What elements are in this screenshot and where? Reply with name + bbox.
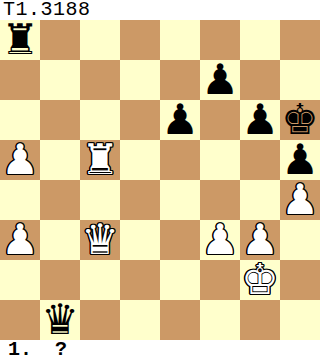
square-c6[interactable] bbox=[80, 100, 120, 140]
white-pawn: ♟ bbox=[1, 140, 39, 180]
black-pawn: ♟ bbox=[161, 100, 199, 140]
square-d6[interactable] bbox=[120, 100, 160, 140]
square-d3[interactable] bbox=[120, 220, 160, 260]
white-pawn: ♟ bbox=[241, 220, 279, 260]
square-a1[interactable] bbox=[0, 300, 40, 340]
square-c8[interactable] bbox=[80, 20, 120, 60]
square-d2[interactable] bbox=[120, 260, 160, 300]
square-a4[interactable] bbox=[0, 180, 40, 220]
square-h5[interactable]: ♟ bbox=[280, 140, 320, 180]
square-h8[interactable] bbox=[280, 20, 320, 60]
square-a7[interactable] bbox=[0, 60, 40, 100]
square-h2[interactable] bbox=[280, 260, 320, 300]
square-e5[interactable] bbox=[160, 140, 200, 180]
square-b3[interactable] bbox=[40, 220, 80, 260]
white-queen: ♛ bbox=[81, 220, 119, 260]
square-b2[interactable] bbox=[40, 260, 80, 300]
square-e2[interactable] bbox=[160, 260, 200, 300]
square-e3[interactable] bbox=[160, 220, 200, 260]
square-d1[interactable] bbox=[120, 300, 160, 340]
square-b4[interactable] bbox=[40, 180, 80, 220]
square-h7[interactable] bbox=[280, 60, 320, 100]
black-rook: ♜ bbox=[1, 20, 39, 60]
square-e8[interactable] bbox=[160, 20, 200, 60]
square-g4[interactable] bbox=[240, 180, 280, 220]
square-c1[interactable] bbox=[80, 300, 120, 340]
square-c3[interactable]: ♛ bbox=[80, 220, 120, 260]
square-h4[interactable]: ♟ bbox=[280, 180, 320, 220]
square-g7[interactable] bbox=[240, 60, 280, 100]
square-f7[interactable]: ♟ bbox=[200, 60, 240, 100]
square-c4[interactable] bbox=[80, 180, 120, 220]
white-pawn: ♟ bbox=[201, 220, 239, 260]
square-a8[interactable]: ♜ bbox=[0, 20, 40, 60]
square-h6[interactable]: ♚ bbox=[280, 100, 320, 140]
square-a6[interactable] bbox=[0, 100, 40, 140]
black-pawn: ♟ bbox=[281, 140, 319, 180]
square-d8[interactable] bbox=[120, 20, 160, 60]
square-g8[interactable] bbox=[240, 20, 280, 60]
square-f2[interactable] bbox=[200, 260, 240, 300]
square-f4[interactable] bbox=[200, 180, 240, 220]
white-pawn: ♟ bbox=[281, 180, 319, 220]
square-g3[interactable]: ♟ bbox=[240, 220, 280, 260]
black-king: ♚ bbox=[281, 100, 319, 140]
square-g5[interactable] bbox=[240, 140, 280, 180]
move-prompt: 1. ? bbox=[0, 340, 320, 360]
chess-puzzle-page: T1.3188 ♜♟♟♟♚♟♜♟♟♟♛♟♟♚♛ 1. ? bbox=[0, 0, 320, 360]
square-b8[interactable] bbox=[40, 20, 80, 60]
square-c2[interactable] bbox=[80, 260, 120, 300]
square-e4[interactable] bbox=[160, 180, 200, 220]
square-a2[interactable] bbox=[0, 260, 40, 300]
square-d7[interactable] bbox=[120, 60, 160, 100]
square-c5[interactable]: ♜ bbox=[80, 140, 120, 180]
square-g2[interactable]: ♚ bbox=[240, 260, 280, 300]
square-f8[interactable] bbox=[200, 20, 240, 60]
white-king: ♚ bbox=[241, 260, 279, 300]
square-g1[interactable] bbox=[240, 300, 280, 340]
black-pawn: ♟ bbox=[201, 60, 239, 100]
square-d5[interactable] bbox=[120, 140, 160, 180]
square-a3[interactable]: ♟ bbox=[0, 220, 40, 260]
square-c7[interactable] bbox=[80, 60, 120, 100]
square-f1[interactable] bbox=[200, 300, 240, 340]
puzzle-id: T1.3188 bbox=[0, 0, 320, 20]
square-b7[interactable] bbox=[40, 60, 80, 100]
square-e7[interactable] bbox=[160, 60, 200, 100]
square-b6[interactable] bbox=[40, 100, 80, 140]
square-g6[interactable]: ♟ bbox=[240, 100, 280, 140]
square-e1[interactable] bbox=[160, 300, 200, 340]
black-pawn: ♟ bbox=[241, 100, 279, 140]
black-queen: ♛ bbox=[41, 300, 79, 340]
square-f3[interactable]: ♟ bbox=[200, 220, 240, 260]
square-h3[interactable] bbox=[280, 220, 320, 260]
square-e6[interactable]: ♟ bbox=[160, 100, 200, 140]
square-f6[interactable] bbox=[200, 100, 240, 140]
square-b5[interactable] bbox=[40, 140, 80, 180]
chess-board: ♜♟♟♟♚♟♜♟♟♟♛♟♟♚♛ bbox=[0, 20, 320, 340]
square-a5[interactable]: ♟ bbox=[0, 140, 40, 180]
white-rook: ♜ bbox=[81, 140, 119, 180]
square-d4[interactable] bbox=[120, 180, 160, 220]
square-f5[interactable] bbox=[200, 140, 240, 180]
square-b1[interactable]: ♛ bbox=[40, 300, 80, 340]
white-pawn: ♟ bbox=[1, 220, 39, 260]
square-h1[interactable] bbox=[280, 300, 320, 340]
